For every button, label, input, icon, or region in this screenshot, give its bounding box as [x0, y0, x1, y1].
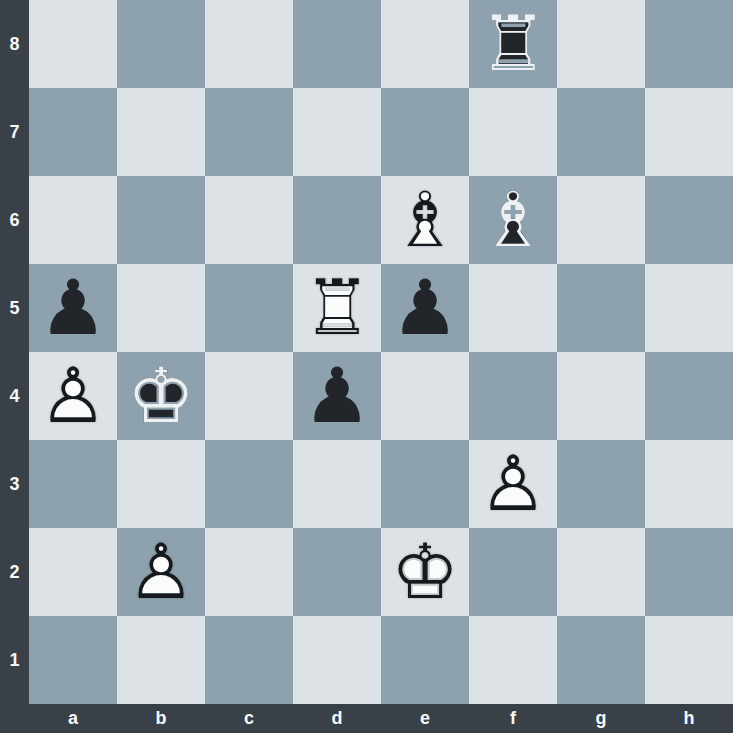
square-c6[interactable]	[205, 176, 293, 264]
black-king-detail-glyph: ♔	[117, 352, 205, 440]
square-a1[interactable]	[29, 616, 117, 704]
piece-black-pawn-d4[interactable]: ♟	[293, 352, 381, 440]
square-d8[interactable]	[293, 0, 381, 88]
black-king-glyph: ♚	[117, 352, 205, 440]
square-b3[interactable]	[117, 440, 205, 528]
rank-label-2: 2	[0, 528, 29, 616]
file-label-c: c	[205, 704, 293, 733]
black-rook-glyph: ♜	[469, 0, 557, 88]
file-label-g: g	[557, 704, 645, 733]
piece-white-pawn-b2[interactable]: ♟♙	[117, 528, 205, 616]
black-bishop-detail-glyph: ♗	[469, 176, 557, 264]
white-pawn-glyph: ♟	[29, 352, 117, 440]
square-g7[interactable]	[557, 88, 645, 176]
square-e3[interactable]	[381, 440, 469, 528]
rank-label-3: 3	[0, 440, 29, 528]
piece-white-bishop-e6[interactable]: ♝♗	[381, 176, 469, 264]
piece-white-pawn-f3[interactable]: ♟♙	[469, 440, 557, 528]
white-pawn-detail-glyph: ♙	[469, 440, 557, 528]
square-b4[interactable]: ♚♔	[117, 352, 205, 440]
white-rook-detail-glyph: ♖	[293, 264, 381, 352]
piece-white-pawn-a4[interactable]: ♟♙	[29, 352, 117, 440]
square-e4[interactable]	[381, 352, 469, 440]
file-labels: abcdefgh	[29, 704, 733, 733]
board-frame: 87654321 ♜♖♝♗♝♗♟♜♖♟♟♙♚♔♟♟♙♟♙♚♔ abcdefgh	[0, 0, 733, 733]
square-d3[interactable]	[293, 440, 381, 528]
square-a6[interactable]	[29, 176, 117, 264]
file-label-a: a	[29, 704, 117, 733]
square-h2[interactable]	[645, 528, 733, 616]
square-d4[interactable]: ♟	[293, 352, 381, 440]
square-g5[interactable]	[557, 264, 645, 352]
square-a2[interactable]	[29, 528, 117, 616]
file-label-h: h	[645, 704, 733, 733]
square-a3[interactable]	[29, 440, 117, 528]
square-d6[interactable]	[293, 176, 381, 264]
square-h7[interactable]	[645, 88, 733, 176]
square-c7[interactable]	[205, 88, 293, 176]
white-bishop-detail-glyph: ♗	[381, 176, 469, 264]
square-e7[interactable]	[381, 88, 469, 176]
square-g6[interactable]	[557, 176, 645, 264]
square-c1[interactable]	[205, 616, 293, 704]
square-f3[interactable]: ♟♙	[469, 440, 557, 528]
square-f6[interactable]: ♝♗	[469, 176, 557, 264]
square-e8[interactable]	[381, 0, 469, 88]
square-f4[interactable]	[469, 352, 557, 440]
square-a4[interactable]: ♟♙	[29, 352, 117, 440]
square-b6[interactable]	[117, 176, 205, 264]
square-h6[interactable]	[645, 176, 733, 264]
board: ♜♖♝♗♝♗♟♜♖♟♟♙♚♔♟♟♙♟♙♚♔	[29, 0, 733, 704]
piece-black-pawn-a5[interactable]: ♟	[29, 264, 117, 352]
frame-corner	[0, 704, 29, 733]
square-e5[interactable]: ♟	[381, 264, 469, 352]
square-b1[interactable]	[117, 616, 205, 704]
square-c4[interactable]	[205, 352, 293, 440]
rank-label-5: 5	[0, 264, 29, 352]
square-h1[interactable]	[645, 616, 733, 704]
square-g1[interactable]	[557, 616, 645, 704]
rank-labels: 87654321	[0, 0, 29, 704]
square-h4[interactable]	[645, 352, 733, 440]
piece-black-bishop-f6[interactable]: ♝♗	[469, 176, 557, 264]
square-d2[interactable]	[293, 528, 381, 616]
square-f7[interactable]	[469, 88, 557, 176]
black-bishop-glyph: ♝	[469, 176, 557, 264]
rank-label-8: 8	[0, 0, 29, 88]
piece-black-rook-f8[interactable]: ♜♖	[469, 0, 557, 88]
rank-label-4: 4	[0, 352, 29, 440]
black-pawn-glyph: ♟	[293, 352, 381, 440]
black-rook-detail-glyph: ♖	[469, 0, 557, 88]
square-b2[interactable]: ♟♙	[117, 528, 205, 616]
chess-board-app: 87654321 ♜♖♝♗♝♗♟♜♖♟♟♙♚♔♟♟♙♟♙♚♔ abcdefgh	[0, 0, 733, 733]
square-h5[interactable]	[645, 264, 733, 352]
file-label-e: e	[381, 704, 469, 733]
square-b5[interactable]	[117, 264, 205, 352]
file-label-d: d	[293, 704, 381, 733]
square-e2[interactable]: ♚♔	[381, 528, 469, 616]
square-g4[interactable]	[557, 352, 645, 440]
white-pawn-detail-glyph: ♙	[29, 352, 117, 440]
piece-black-king-b4[interactable]: ♚♔	[117, 352, 205, 440]
square-f2[interactable]	[469, 528, 557, 616]
square-h8[interactable]	[645, 0, 733, 88]
square-d7[interactable]	[293, 88, 381, 176]
square-d1[interactable]	[293, 616, 381, 704]
white-king-detail-glyph: ♔	[381, 528, 469, 616]
square-g8[interactable]	[557, 0, 645, 88]
square-c2[interactable]	[205, 528, 293, 616]
white-pawn-glyph: ♟	[117, 528, 205, 616]
square-e1[interactable]	[381, 616, 469, 704]
white-rook-glyph: ♜	[293, 264, 381, 352]
square-e6[interactable]: ♝♗	[381, 176, 469, 264]
piece-white-king-e2[interactable]: ♚♔	[381, 528, 469, 616]
square-g3[interactable]	[557, 440, 645, 528]
piece-black-pawn-e5[interactable]: ♟	[381, 264, 469, 352]
square-h3[interactable]	[645, 440, 733, 528]
white-king-glyph: ♚	[381, 528, 469, 616]
white-bishop-glyph: ♝	[381, 176, 469, 264]
white-pawn-detail-glyph: ♙	[117, 528, 205, 616]
square-a8[interactable]	[29, 0, 117, 88]
square-f8[interactable]: ♜♖	[469, 0, 557, 88]
black-pawn-glyph: ♟	[381, 264, 469, 352]
square-c8[interactable]	[205, 0, 293, 88]
square-b7[interactable]	[117, 88, 205, 176]
square-d5[interactable]: ♜♖	[293, 264, 381, 352]
square-g2[interactable]	[557, 528, 645, 616]
piece-white-rook-d5[interactable]: ♜♖	[293, 264, 381, 352]
square-f1[interactable]	[469, 616, 557, 704]
rank-label-1: 1	[0, 616, 29, 704]
rank-label-6: 6	[0, 176, 29, 264]
file-label-f: f	[469, 704, 557, 733]
square-c5[interactable]	[205, 264, 293, 352]
file-label-b: b	[117, 704, 205, 733]
white-pawn-glyph: ♟	[469, 440, 557, 528]
square-a5[interactable]: ♟	[29, 264, 117, 352]
black-pawn-glyph: ♟	[29, 264, 117, 352]
square-b8[interactable]	[117, 0, 205, 88]
rank-label-7: 7	[0, 88, 29, 176]
square-c3[interactable]	[205, 440, 293, 528]
square-f5[interactable]	[469, 264, 557, 352]
square-a7[interactable]	[29, 88, 117, 176]
